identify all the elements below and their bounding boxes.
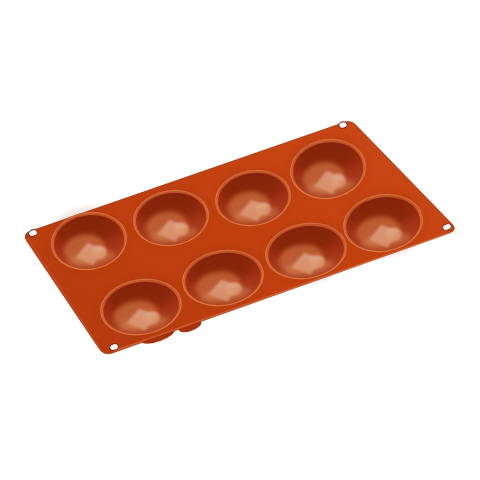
product-photo: [0, 0, 480, 480]
silicone-mould-image: [0, 0, 480, 480]
